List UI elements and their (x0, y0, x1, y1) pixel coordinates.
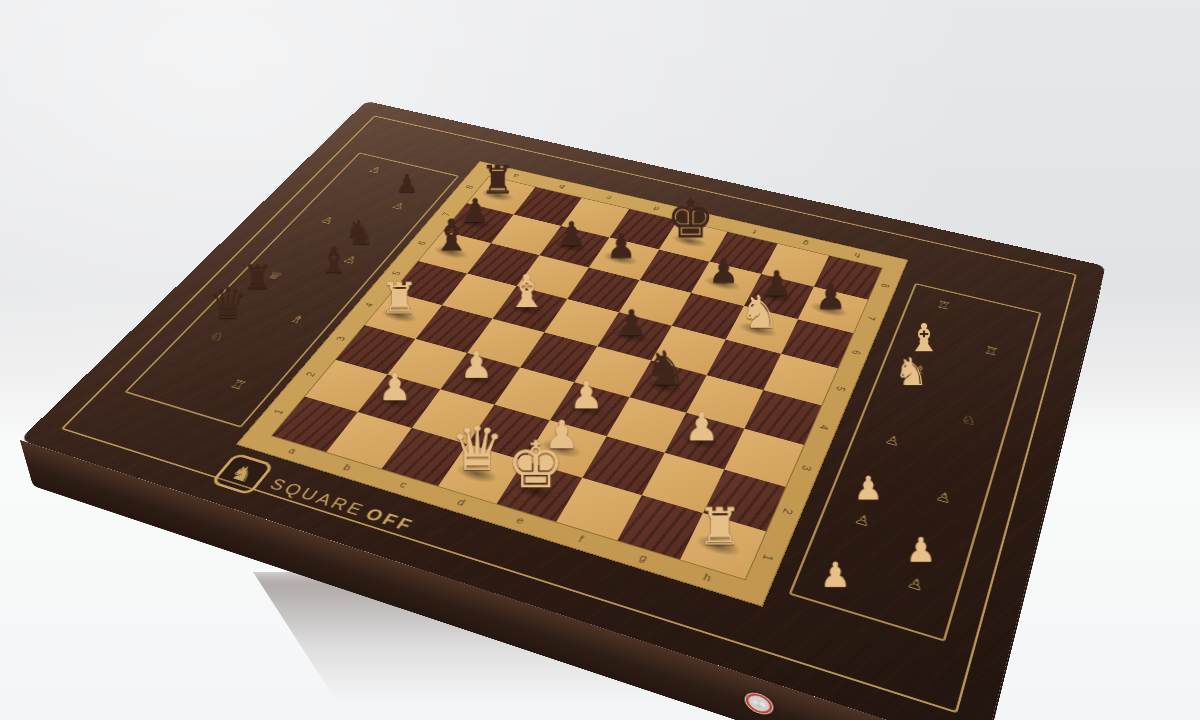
black-knight-f4[interactable]: ♞ (644, 344, 687, 392)
captured-black-pawn[interactable]: ♟ (396, 171, 419, 197)
black-pawn-c7[interactable]: ♟ (557, 218, 587, 251)
power-button-red-ring (745, 690, 773, 716)
white-pawn-g3[interactable]: ♟ (684, 408, 719, 447)
black-pawn-f7[interactable]: ♟ (708, 254, 739, 288)
tray-slot-left-pawn: ♙ (306, 211, 349, 229)
black-bishop-a6[interactable]: ♝ (432, 213, 471, 257)
captured-white-knight[interactable]: ♞ (894, 353, 928, 391)
tray-slot-right-pawn: ♙ (867, 428, 918, 454)
power-button-core (753, 698, 766, 710)
white-pawn-e3[interactable]: ♟ (569, 377, 603, 415)
white-knight-g6[interactable]: ♞ (739, 289, 780, 335)
black-pawn-d7[interactable]: ♟ (606, 230, 636, 264)
white-pawn-b2[interactable]: ♟ (378, 369, 412, 407)
captured-black-bishop[interactable]: ♝ (318, 242, 350, 278)
white-rook-h1[interactable]: ♜ (697, 501, 743, 552)
white-king-e1[interactable]: ♚ (507, 432, 565, 497)
captured-black-queen[interactable]: ♛ (209, 282, 248, 325)
squareoff-chess-board: ♙♙♙♙♕♗♘♖♟♞♝♜♛ abcdefgh abcdefgh 87654321… (20, 101, 1106, 720)
white-bishop-c5[interactable]: ♝ (506, 268, 547, 314)
scene: ♙♙♙♙♕♗♘♖♟♞♝♜♛ abcdefgh abcdefgh 87654321… (0, 0, 1200, 720)
white-queen-d1[interactable]: ♛ (450, 419, 505, 480)
tray-slot-right-pawn: ♙ (917, 484, 970, 512)
captured-white-pawn[interactable]: ♟ (820, 558, 851, 593)
captured-white-pawn[interactable]: ♟ (906, 534, 937, 568)
tray-slot-left-bishop: ♗ (274, 309, 321, 330)
studio-backdrop: ♙♙♙♙♕♗♘♖♟♞♝♜♛ abcdefgh abcdefgh 87654321… (0, 0, 1200, 720)
black-king-e8[interactable]: ♚ (667, 192, 715, 245)
power-button[interactable] (744, 689, 774, 718)
black-pawn-e5[interactable]: ♟ (615, 305, 647, 341)
white-pawn-c3[interactable]: ♟ (460, 347, 493, 384)
black-pawn-h7[interactable]: ♟ (815, 279, 846, 314)
captured-white-pawn[interactable]: ♟ (854, 473, 883, 506)
white-rook-a4[interactable]: ♜ (380, 277, 419, 320)
tray-slot-left-pawn: ♙ (377, 197, 420, 214)
